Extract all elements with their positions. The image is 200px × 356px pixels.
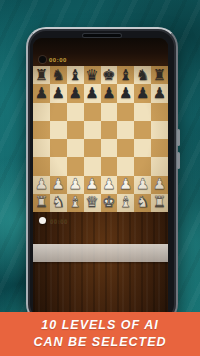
square-g2[interactable]: ♟ [134,176,151,194]
square-h5[interactable] [151,121,168,139]
square-h7[interactable]: ♟ [151,84,168,102]
piece-black-bishop[interactable]: ♝ [119,68,132,83]
square-e3[interactable] [101,157,118,175]
square-e6[interactable] [101,103,118,121]
piece-white-pawn[interactable]: ♟ [85,177,98,192]
square-g1[interactable]: ♞ [134,194,151,212]
piece-white-pawn[interactable]: ♟ [136,177,149,192]
square-c8[interactable]: ♝ [67,66,84,84]
square-d2[interactable]: ♟ [84,176,101,194]
square-b7[interactable]: ♟ [50,84,67,102]
square-h6[interactable] [151,103,168,121]
piece-white-pawn[interactable]: ♟ [35,177,48,192]
power-button [177,152,180,169]
white-timer: 00:00 [50,218,68,224]
square-a7[interactable]: ♟ [33,84,50,102]
piece-black-bishop[interactable]: ♝ [68,68,81,83]
promo-screenshot: 00:00 ♜♞♝♛♚♝♞♜♟♟♟♟♟♟♟♟♟♟♟♟♟♟♟♟♜♞♝♛♚♝♞♜ 0… [0,0,200,356]
square-a6[interactable] [33,103,50,121]
square-g5[interactable] [134,121,151,139]
black-player-icon [39,56,46,63]
square-f6[interactable] [117,103,134,121]
square-h1[interactable]: ♜ [151,194,168,212]
square-g8[interactable]: ♞ [134,66,151,84]
square-d3[interactable] [84,157,101,175]
square-e8[interactable]: ♚ [101,66,118,84]
piece-white-king[interactable]: ♚ [102,195,115,210]
square-e2[interactable]: ♟ [101,176,118,194]
square-b1[interactable]: ♞ [50,194,67,212]
piece-white-knight[interactable]: ♞ [136,195,149,210]
piece-black-rook[interactable]: ♜ [35,68,48,83]
piece-black-knight[interactable]: ♞ [52,68,65,83]
white-player-icon [39,217,46,224]
piece-black-pawn[interactable]: ♟ [52,86,65,101]
square-d4[interactable] [84,139,101,157]
square-c2[interactable]: ♟ [67,176,84,194]
ad-banner-placeholder[interactable] [33,244,168,262]
piece-black-pawn[interactable]: ♟ [68,86,81,101]
piece-black-knight[interactable]: ♞ [136,68,149,83]
square-c6[interactable] [67,103,84,121]
square-f1[interactable]: ♝ [117,194,134,212]
square-b6[interactable] [50,103,67,121]
piece-black-pawn[interactable]: ♟ [85,86,98,101]
square-h8[interactable]: ♜ [151,66,168,84]
square-e4[interactable] [101,139,118,157]
square-c3[interactable] [67,157,84,175]
piece-black-pawn[interactable]: ♟ [136,86,149,101]
piece-black-pawn[interactable]: ♟ [119,86,132,101]
piece-black-pawn[interactable]: ♟ [153,86,166,101]
square-c5[interactable] [67,121,84,139]
square-b3[interactable] [50,157,67,175]
piece-white-knight[interactable]: ♞ [52,195,65,210]
piece-white-pawn[interactable]: ♟ [153,177,166,192]
square-d5[interactable] [84,121,101,139]
square-h4[interactable] [151,139,168,157]
piece-white-pawn[interactable]: ♟ [102,177,115,192]
square-g6[interactable] [134,103,151,121]
square-a1[interactable]: ♜ [33,194,50,212]
piece-white-queen[interactable]: ♛ [85,195,98,210]
square-e1[interactable]: ♚ [101,194,118,212]
speaker-grill-icon [83,34,121,37]
square-c7[interactable]: ♟ [67,84,84,102]
square-g3[interactable] [134,157,151,175]
phone-frame: 00:00 ♜♞♝♛♚♝♞♜♟♟♟♟♟♟♟♟♟♟♟♟♟♟♟♟♜♞♝♛♚♝♞♜ 0… [26,27,178,324]
square-h3[interactable] [151,157,168,175]
piece-white-bishop[interactable]: ♝ [119,195,132,210]
piece-white-pawn[interactable]: ♟ [68,177,81,192]
caption-line-2: CAN BE SELECTED [33,335,166,351]
piece-white-pawn[interactable]: ♟ [119,177,132,192]
square-a8[interactable]: ♜ [33,66,50,84]
piece-white-rook[interactable]: ♜ [153,195,166,210]
piece-black-queen[interactable]: ♛ [85,68,98,83]
opponent-bar: 00:00 [33,38,168,66]
piece-black-king[interactable]: ♚ [102,68,115,83]
square-e7[interactable]: ♟ [101,84,118,102]
caption-line-1: 10 LEVELS OF AI [41,318,158,334]
square-f4[interactable] [117,139,134,157]
piece-white-rook[interactable]: ♜ [35,195,48,210]
black-player-row: 00:00 [39,56,67,63]
square-e5[interactable] [101,121,118,139]
square-a3[interactable] [33,157,50,175]
wood-panel: 00:00 [33,212,168,312]
square-d6[interactable] [84,103,101,121]
volume-button [177,129,180,146]
square-a4[interactable] [33,139,50,157]
square-a2[interactable]: ♟ [33,176,50,194]
chess-board[interactable]: ♜♞♝♛♚♝♞♜♟♟♟♟♟♟♟♟♟♟♟♟♟♟♟♟♜♞♝♛♚♝♞♜ [33,66,168,212]
square-f7[interactable]: ♟ [117,84,134,102]
black-timer: 00:00 [49,57,67,63]
white-player-row: 00:00 [39,217,68,224]
square-b2[interactable]: ♟ [50,176,67,194]
square-c1[interactable]: ♝ [67,194,84,212]
square-d8[interactable]: ♛ [84,66,101,84]
square-g7[interactable]: ♟ [134,84,151,102]
square-b5[interactable] [50,121,67,139]
piece-black-pawn[interactable]: ♟ [102,86,115,101]
piece-white-bishop[interactable]: ♝ [68,195,81,210]
piece-white-pawn[interactable]: ♟ [52,177,65,192]
square-h2[interactable]: ♟ [151,176,168,194]
square-f8[interactable]: ♝ [117,66,134,84]
square-a5[interactable] [33,121,50,139]
square-d7[interactable]: ♟ [84,84,101,102]
square-f2[interactable]: ♟ [117,176,134,194]
square-b4[interactable] [50,139,67,157]
piece-black-rook[interactable]: ♜ [153,68,166,83]
square-b8[interactable]: ♞ [50,66,67,84]
square-c4[interactable] [67,139,84,157]
app-screen: 00:00 ♜♞♝♛♚♝♞♜♟♟♟♟♟♟♟♟♟♟♟♟♟♟♟♟♜♞♝♛♚♝♞♜ 0… [33,38,168,312]
square-f3[interactable] [117,157,134,175]
square-f5[interactable] [117,121,134,139]
caption-banner: 10 LEVELS OF AI CAN BE SELECTED [0,312,200,356]
piece-black-pawn[interactable]: ♟ [35,86,48,101]
square-d1[interactable]: ♛ [84,194,101,212]
square-g4[interactable] [134,139,151,157]
